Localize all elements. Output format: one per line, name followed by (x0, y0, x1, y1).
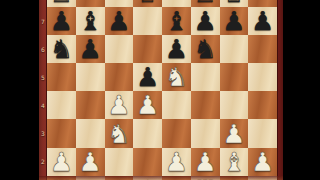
square-c7[interactable]: ♟ (105, 7, 134, 35)
square-a2[interactable]: ♟ (47, 148, 76, 176)
square-d5[interactable]: ♟ (133, 63, 162, 91)
square-h8[interactable] (248, 0, 277, 7)
white-knight-piece: ♞ (107, 120, 130, 148)
square-d2[interactable] (133, 148, 162, 176)
rank-label-6: 6 (39, 35, 47, 63)
black-bishop-piece: ♝ (165, 7, 188, 35)
black-pawn-piece: ♟ (107, 7, 130, 35)
square-b8[interactable] (76, 0, 105, 7)
square-c8[interactable] (105, 0, 134, 7)
white-pawn-piece: ♟ (107, 91, 130, 119)
square-e5[interactable]: ♞ (162, 63, 191, 91)
white-pawn-piece: ♟ (193, 148, 216, 176)
square-a8[interactable]: ♜ (47, 0, 76, 7)
white-pawn-piece: ♟ (222, 120, 245, 148)
black-queen-piece: ♛ (136, 0, 159, 7)
square-f4[interactable] (191, 91, 220, 119)
square-c6[interactable] (105, 35, 134, 63)
black-knight-piece: ♞ (50, 35, 73, 63)
black-pawn-piece: ♟ (136, 63, 159, 91)
board-bottom-shadow (39, 176, 283, 180)
black-knight-piece: ♞ (193, 35, 216, 63)
square-f8[interactable]: ♜ (191, 0, 220, 7)
rank-label-7: 7 (39, 7, 47, 35)
square-f6[interactable]: ♞ (191, 35, 220, 63)
white-pawn-piece: ♟ (78, 148, 101, 176)
square-e8[interactable] (162, 0, 191, 7)
square-a5[interactable] (47, 63, 76, 91)
square-h7[interactable]: ♟ (248, 7, 277, 35)
square-g3[interactable]: ♟ (220, 119, 249, 147)
square-c2[interactable] (105, 148, 134, 176)
black-pawn-piece: ♟ (50, 7, 73, 35)
rank-label-2: 2 (39, 148, 47, 176)
square-b3[interactable] (76, 119, 105, 147)
letterbox-right (283, 0, 320, 180)
square-d7[interactable] (133, 7, 162, 35)
square-a7[interactable]: ♟ (47, 7, 76, 35)
white-knight-piece: ♞ (165, 63, 188, 91)
square-b4[interactable] (76, 91, 105, 119)
square-c3[interactable]: ♞ (105, 119, 134, 147)
square-f5[interactable] (191, 63, 220, 91)
black-pawn-piece: ♟ (165, 35, 188, 63)
rank-label-5: 5 (39, 63, 47, 91)
square-h6[interactable] (248, 35, 277, 63)
square-a4[interactable] (47, 91, 76, 119)
square-d4[interactable]: ♟ (133, 91, 162, 119)
square-f7[interactable]: ♟ (191, 7, 220, 35)
square-b2[interactable]: ♟ (76, 148, 105, 176)
square-e2[interactable]: ♟ (162, 148, 191, 176)
square-g6[interactable] (220, 35, 249, 63)
chess-board: ♜♛♜♚♟♝♟♝♟♟♟♞♟♟♞♟♞♟♟♞♟♟♟♟♟♝♟♜♝♛♜♚ (47, 0, 277, 180)
square-h2[interactable]: ♟ (248, 148, 277, 176)
square-a6[interactable]: ♞ (47, 35, 76, 63)
square-c5[interactable] (105, 63, 134, 91)
black-rook-piece: ♜ (50, 0, 73, 7)
square-b7[interactable]: ♝ (76, 7, 105, 35)
square-a3[interactable] (47, 119, 76, 147)
square-g4[interactable] (220, 91, 249, 119)
square-g5[interactable] (220, 63, 249, 91)
white-bishop-piece: ♝ (222, 148, 245, 176)
square-e3[interactable] (162, 119, 191, 147)
square-d8[interactable]: ♛ (133, 0, 162, 7)
rank-label-3: 3 (39, 120, 47, 148)
white-pawn-piece: ♟ (136, 91, 159, 119)
square-d3[interactable] (133, 119, 162, 147)
square-c4[interactable]: ♟ (105, 91, 134, 119)
square-h4[interactable] (248, 91, 277, 119)
square-g7[interactable]: ♟ (220, 7, 249, 35)
square-g2[interactable]: ♝ (220, 148, 249, 176)
black-pawn-piece: ♟ (251, 7, 274, 35)
square-e7[interactable]: ♝ (162, 7, 191, 35)
square-f3[interactable] (191, 119, 220, 147)
white-pawn-piece: ♟ (50, 148, 73, 176)
rank-labels: 765432 (39, 0, 47, 180)
video-frame: ♜♛♜♚♟♝♟♝♟♟♟♞♟♟♞♟♞♟♟♞♟♟♟♟♟♝♟♜♝♛♜♚ 765432 (0, 0, 320, 180)
rank-label-4: 4 (39, 91, 47, 119)
square-e4[interactable] (162, 91, 191, 119)
black-pawn-piece: ♟ (78, 35, 101, 63)
square-e6[interactable]: ♟ (162, 35, 191, 63)
square-b6[interactable]: ♟ (76, 35, 105, 63)
black-pawn-piece: ♟ (222, 7, 245, 35)
black-king-piece: ♚ (222, 0, 245, 7)
square-b5[interactable] (76, 63, 105, 91)
square-g8[interactable]: ♚ (220, 0, 249, 7)
rank-label-8 (39, 0, 47, 7)
black-pawn-piece: ♟ (193, 7, 216, 35)
black-rook-piece: ♜ (193, 0, 216, 7)
square-h5[interactable] (248, 63, 277, 91)
square-h3[interactable] (248, 119, 277, 147)
letterbox-left (0, 0, 39, 180)
black-bishop-piece: ♝ (78, 7, 101, 35)
white-pawn-piece: ♟ (251, 148, 274, 176)
square-d6[interactable] (133, 35, 162, 63)
square-f2[interactable]: ♟ (191, 148, 220, 176)
white-pawn-piece: ♟ (165, 148, 188, 176)
